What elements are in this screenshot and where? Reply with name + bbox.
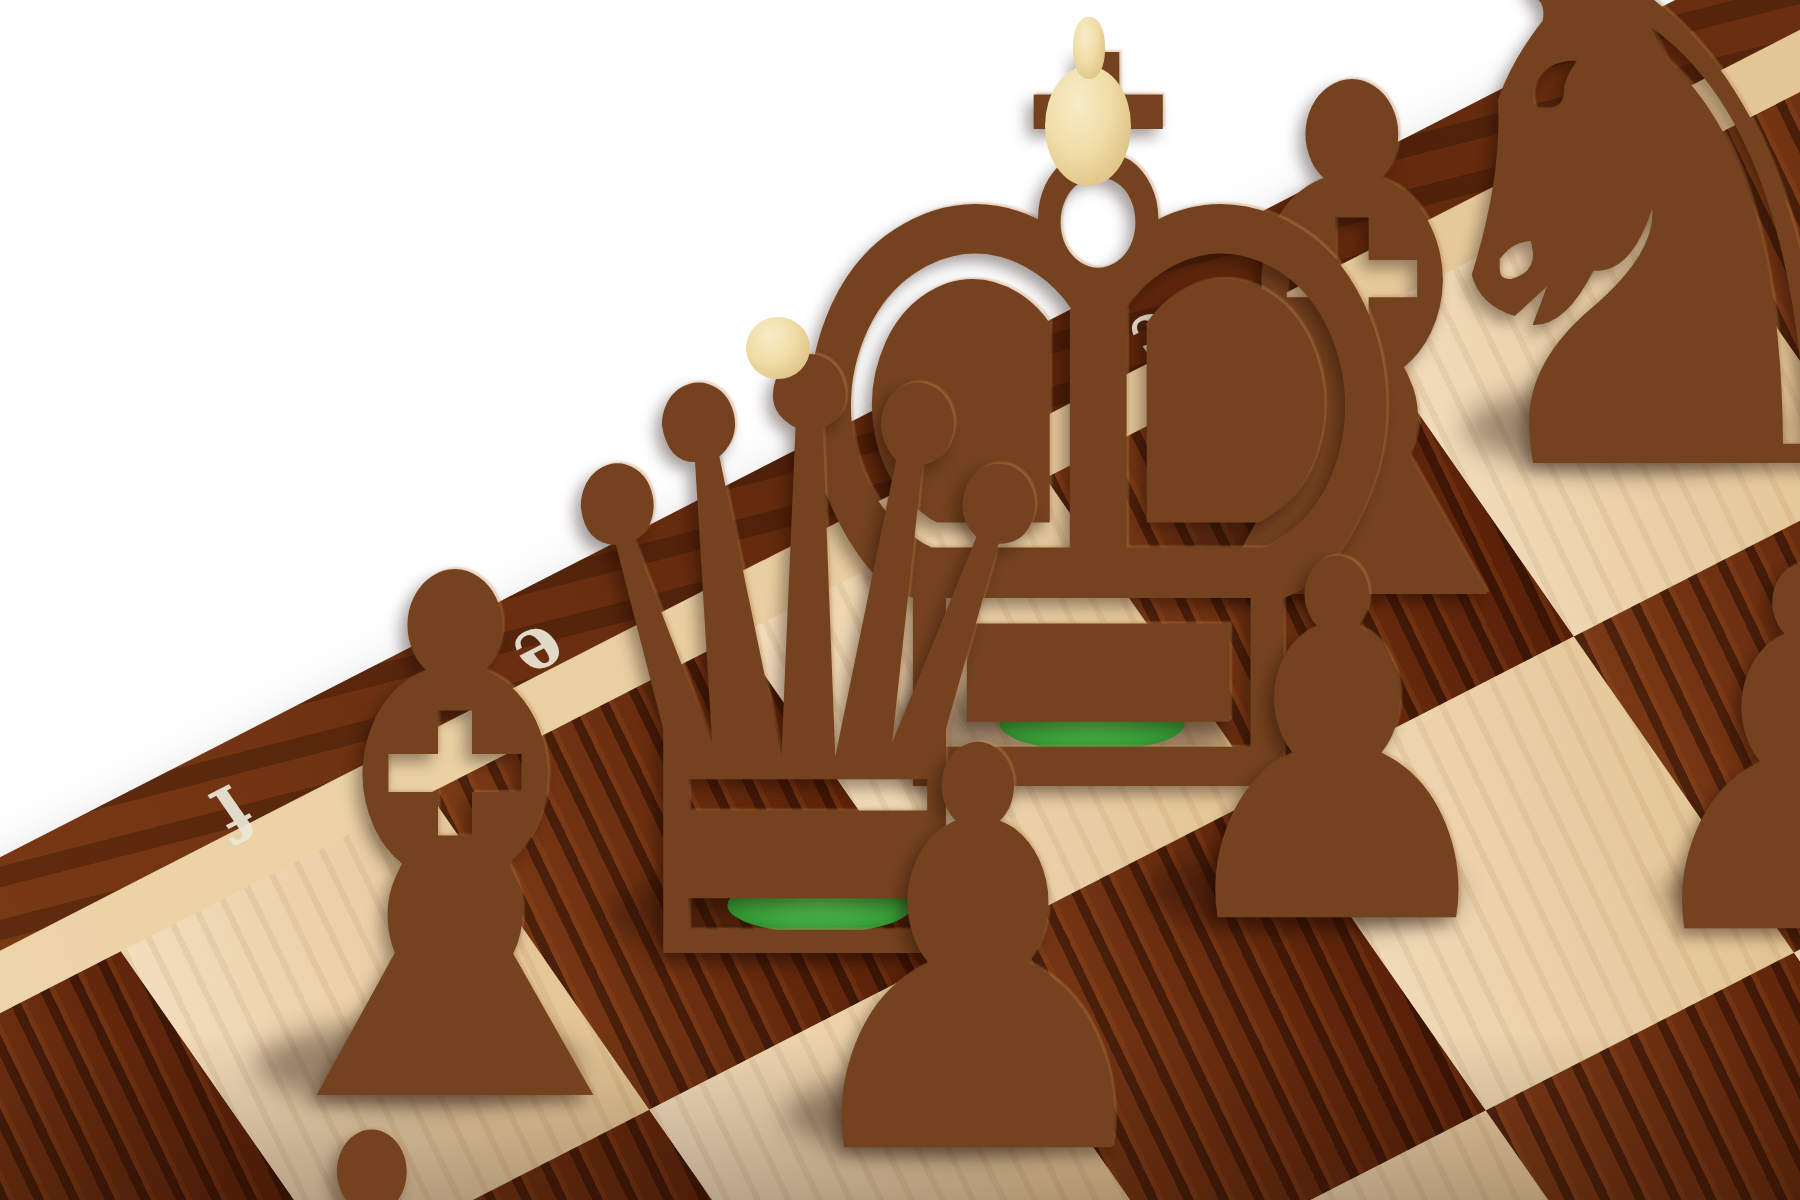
- king-teardrop-finial: [1073, 17, 1105, 79]
- piece-pawn-e7[interactable]: ♟: [774, 678, 1182, 1200]
- queen-ball-finial: [746, 317, 810, 379]
- piece-pawn-g7[interactable]: ♟: [175, 1067, 568, 1200]
- piece-pawn-d7[interactable]: ♟: [1155, 499, 1519, 994]
- piece-pawn-b7[interactable]: ♟: [1621, 505, 1800, 1005]
- king-teardrop-finial: [1045, 66, 1131, 186]
